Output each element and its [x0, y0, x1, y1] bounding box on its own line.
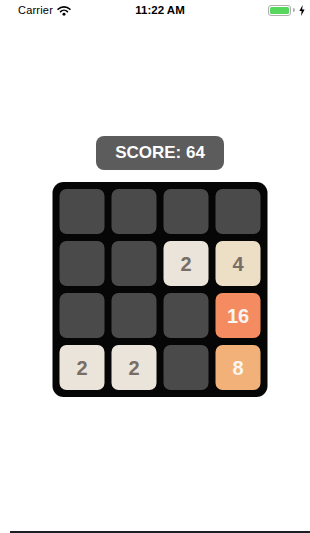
battery-nub — [293, 8, 295, 13]
status-bar-left: Carrier — [18, 4, 71, 16]
wifi-icon — [57, 5, 71, 16]
tile-2: 2 — [60, 345, 105, 390]
score-text: SCORE: 64 — [115, 143, 205, 163]
empty-cell — [60, 241, 105, 286]
empty-cell — [112, 293, 157, 338]
empty-cell — [164, 293, 209, 338]
carrier-label: Carrier — [18, 4, 53, 16]
tile-16: 16 — [216, 293, 261, 338]
app-screen: Carrier 11:22 AM SCORE: 64 — [10, 0, 310, 533]
lightning-bolt-icon — [299, 5, 305, 16]
empty-cell — [164, 189, 209, 234]
empty-cell — [112, 241, 157, 286]
empty-cell — [164, 345, 209, 390]
tile-4: 4 — [216, 241, 261, 286]
empty-cell — [60, 189, 105, 234]
status-bar-right — [268, 5, 305, 16]
battery-fill — [270, 7, 289, 14]
battery-icon — [268, 5, 291, 16]
score-display: SCORE: 64 — [96, 136, 224, 170]
empty-cell — [60, 293, 105, 338]
tile-8: 8 — [216, 345, 261, 390]
status-bar: Carrier 11:22 AM — [10, 0, 310, 20]
empty-cell — [112, 189, 157, 234]
board-grid[interactable]: 2416228 — [53, 182, 268, 397]
tile-2: 2 — [112, 345, 157, 390]
tile-2: 2 — [164, 241, 209, 286]
empty-cell — [216, 189, 261, 234]
